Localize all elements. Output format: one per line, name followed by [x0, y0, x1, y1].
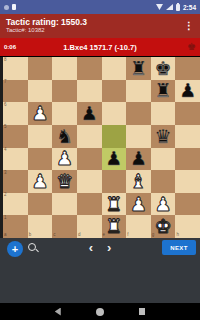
- square-e2[interactable]: ♜: [102, 193, 127, 216]
- rank-label-1: 1: [4, 216, 7, 221]
- white-king-g1[interactable]: ♚: [155, 217, 172, 236]
- square-c1[interactable]: c: [52, 215, 77, 238]
- square-g1[interactable]: g♚: [151, 215, 176, 238]
- square-d8[interactable]: [77, 57, 102, 80]
- black-rook-f8[interactable]: ♜: [130, 58, 147, 77]
- square-c5[interactable]: ♞: [52, 125, 77, 148]
- square-b2[interactable]: [28, 193, 53, 216]
- square-d6[interactable]: ♟: [77, 102, 102, 125]
- square-d3[interactable]: [77, 170, 102, 193]
- square-e8[interactable]: [102, 57, 127, 80]
- square-a8[interactable]: 8: [3, 57, 28, 80]
- black-pawn-d6[interactable]: ♟: [81, 104, 98, 123]
- wifi-icon: [156, 4, 163, 10]
- white-pawn-b3[interactable]: ♟: [31, 171, 48, 190]
- file-label-b: b: [29, 233, 32, 238]
- overflow-menu-icon[interactable]: ⋮: [181, 19, 197, 33]
- square-c6[interactable]: [52, 102, 77, 125]
- rank-label-2: 2: [4, 193, 7, 198]
- square-b1[interactable]: b: [28, 215, 53, 238]
- chess-board[interactable]: 8♜♚7♜♟6♟♟5♞♛4♟♟♟3♟♛♝2♜♟♟1abcde♜fg♚h: [3, 57, 200, 238]
- file-label-f: f: [127, 233, 128, 238]
- square-e5[interactable]: [102, 125, 127, 148]
- square-c7[interactable]: [52, 80, 77, 103]
- white-pawn-g2[interactable]: ♟: [155, 194, 172, 213]
- clock-text: 2:54: [183, 4, 196, 11]
- black-pawn-f4[interactable]: ♟: [130, 149, 147, 168]
- rank-label-8: 8: [4, 58, 7, 63]
- square-h6[interactable]: [175, 102, 200, 125]
- rank-label-4: 4: [4, 148, 7, 153]
- battery-icon: [176, 4, 180, 11]
- square-e7[interactable]: [102, 80, 127, 103]
- white-rook-e1[interactable]: ♜: [105, 217, 122, 236]
- square-f1[interactable]: f: [126, 215, 151, 238]
- square-f4[interactable]: ♟: [126, 148, 151, 171]
- square-g5[interactable]: ♛: [151, 125, 176, 148]
- black-pawn-h7[interactable]: ♟: [179, 81, 196, 100]
- square-e4[interactable]: ♟: [102, 148, 127, 171]
- file-label-a: a: [4, 233, 7, 238]
- white-pawn-b6[interactable]: ♟: [31, 104, 48, 123]
- home-icon[interactable]: [96, 308, 104, 316]
- black-pawn-e4[interactable]: ♟: [105, 149, 122, 168]
- notification-app-icon: [12, 4, 16, 10]
- android-status-bar: 2:54: [0, 0, 200, 14]
- square-g7[interactable]: ♜: [151, 80, 176, 103]
- square-e6[interactable]: [102, 102, 127, 125]
- square-h3[interactable]: [175, 170, 200, 193]
- square-f7[interactable]: [126, 80, 151, 103]
- square-b7[interactable]: [28, 80, 53, 103]
- black-queen-g5[interactable]: ♛: [155, 126, 172, 145]
- square-d4[interactable]: [77, 148, 102, 171]
- square-c4[interactable]: ♟: [52, 148, 77, 171]
- square-c2[interactable]: [52, 193, 77, 216]
- notification-dot-icon: [4, 5, 9, 10]
- square-f6[interactable]: [126, 102, 151, 125]
- square-a3[interactable]: 3: [3, 170, 28, 193]
- square-f8[interactable]: ♜: [126, 57, 151, 80]
- toolbar: + ‹ › NEXT: [0, 238, 200, 264]
- rank-label-6: 6: [4, 103, 7, 108]
- square-f2[interactable]: ♟: [126, 193, 151, 216]
- square-f3[interactable]: ♝: [126, 170, 151, 193]
- square-e1[interactable]: e♜: [102, 215, 127, 238]
- prev-move-button[interactable]: ‹: [87, 240, 95, 256]
- rank-label-7: 7: [4, 80, 7, 85]
- recents-icon[interactable]: [139, 308, 146, 315]
- bottom-panel: + ‹ › NEXT: [0, 238, 200, 303]
- app-screen: 2:54 Tactic rating: 1550.3 Tactic#: 1038…: [0, 0, 200, 320]
- square-f5[interactable]: [126, 125, 151, 148]
- square-e3[interactable]: [102, 170, 127, 193]
- square-g3[interactable]: [151, 170, 176, 193]
- square-g4[interactable]: [151, 148, 176, 171]
- white-rook-e2[interactable]: ♜: [105, 194, 122, 213]
- square-a5[interactable]: 5: [3, 125, 28, 148]
- square-a4[interactable]: 4: [3, 148, 28, 171]
- file-label-d: d: [78, 233, 81, 238]
- square-a7[interactable]: 7: [3, 80, 28, 103]
- black-rook-g7[interactable]: ♜: [155, 81, 172, 100]
- rank-label-5: 5: [4, 125, 7, 130]
- square-d7[interactable]: [77, 80, 102, 103]
- square-g6[interactable]: [151, 102, 176, 125]
- black-knight-c5[interactable]: ♞: [56, 126, 73, 145]
- square-b8[interactable]: [28, 57, 53, 80]
- square-d5[interactable]: [77, 125, 102, 148]
- square-d1[interactable]: d: [77, 215, 102, 238]
- white-pawn-f2[interactable]: ♟: [130, 194, 147, 213]
- rank-label-3: 3: [4, 171, 7, 176]
- app-header: Tactic rating: 1550.3 Tactic#: 10382 ⋮: [0, 14, 200, 38]
- tactic-rating-title: Tactic rating: 1550.3: [6, 18, 87, 28]
- square-h7[interactable]: ♟: [175, 80, 200, 103]
- square-b5[interactable]: [28, 125, 53, 148]
- cell-signal-icon: [166, 4, 173, 10]
- file-label-h: h: [176, 233, 179, 238]
- square-a6[interactable]: 6: [3, 102, 28, 125]
- square-b4[interactable]: [28, 148, 53, 171]
- square-a2[interactable]: 2: [3, 193, 28, 216]
- black-king-g8[interactable]: ♚: [155, 58, 172, 77]
- next-tactic-button[interactable]: NEXT: [162, 240, 196, 255]
- chess-board-area: 8♜♚7♜♟6♟♟5♞♛4♟♟♟3♟♛♝2♜♟♟1abcde♜fg♚h: [0, 56, 200, 238]
- square-g2[interactable]: ♟: [151, 193, 176, 216]
- white-bishop-f3[interactable]: ♝: [130, 171, 147, 190]
- solution-move-text: 1.Bxe4 1571.7 (-10.7): [0, 43, 200, 52]
- back-icon[interactable]: [55, 308, 61, 316]
- square-h4[interactable]: [175, 148, 200, 171]
- square-h2[interactable]: [175, 193, 200, 216]
- tactic-number-subtitle: Tactic#: 10382: [6, 27, 87, 34]
- file-label-c: c: [53, 233, 55, 238]
- square-d2[interactable]: [77, 193, 102, 216]
- square-h8[interactable]: [175, 57, 200, 80]
- square-a1[interactable]: 1a: [3, 215, 28, 238]
- white-queen-c3[interactable]: ♛: [56, 171, 73, 190]
- square-b3[interactable]: ♟: [28, 170, 53, 193]
- android-nav-bar: [0, 303, 200, 320]
- square-h1[interactable]: h: [175, 215, 200, 238]
- move-result-bar: 0:06 1.Bxe4 1571.7 (-10.7) ♚: [0, 38, 200, 56]
- square-c3[interactable]: ♛: [52, 170, 77, 193]
- white-pawn-c4[interactable]: ♟: [56, 149, 73, 168]
- square-b6[interactable]: ♟: [28, 102, 53, 125]
- square-h5[interactable]: [175, 125, 200, 148]
- square-c8[interactable]: [52, 57, 77, 80]
- next-move-button[interactable]: ›: [105, 240, 113, 256]
- square-g8[interactable]: ♚: [151, 57, 176, 80]
